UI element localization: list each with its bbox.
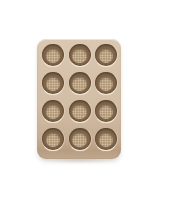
cup-grid [37,39,121,150]
muffin-cup [42,100,64,122]
muffin-cup [42,44,64,66]
muffin-pan [37,39,121,159]
muffin-cup [42,72,64,94]
muffin-cup [95,72,117,94]
photo-canvas [0,0,170,200]
muffin-cup [95,128,117,150]
muffin-cup [69,44,91,66]
muffin-cup [69,128,91,150]
muffin-cup [69,100,91,122]
muffin-cup [69,72,91,94]
muffin-cup [95,44,117,66]
muffin-cup [95,100,117,122]
muffin-cup [42,128,64,150]
